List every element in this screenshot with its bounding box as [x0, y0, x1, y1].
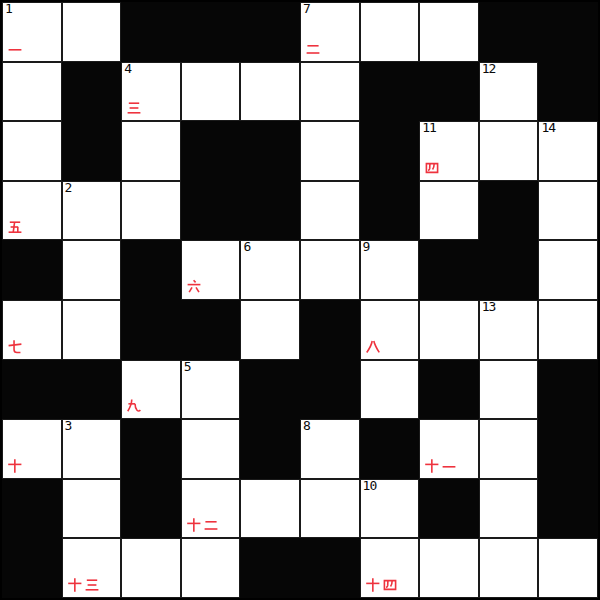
white-cell-r8c6[interactable]: 10 [360, 479, 420, 539]
white-cell-r7c5[interactable]: 8 [300, 419, 360, 479]
cjk-numeral-glyph-三 [126, 100, 142, 116]
white-cell-r0c1[interactable] [62, 2, 122, 62]
white-cell-r8c8[interactable] [479, 479, 539, 539]
white-cell-r7c3[interactable] [181, 419, 241, 479]
down-clue-number: 9 [363, 240, 370, 254]
white-cell-r3c1[interactable]: 2 [62, 181, 122, 241]
white-cell-r8c3[interactable] [181, 479, 241, 539]
white-cell-r1c0[interactable] [2, 62, 62, 122]
cjk-numeral-glyph-十 [186, 517, 202, 533]
cjk-numeral-glyph-九 [126, 398, 142, 414]
white-cell-r9c2[interactable] [121, 538, 181, 598]
white-cell-r5c9[interactable] [538, 300, 598, 360]
white-cell-r3c5[interactable] [300, 181, 360, 241]
white-cell-r7c7[interactable] [419, 419, 479, 479]
black-cell-r7c9 [538, 419, 598, 479]
black-cell-r4c7 [419, 240, 479, 300]
cjk-numeral-glyph-五 [7, 219, 23, 235]
white-cell-r7c0[interactable] [2, 419, 62, 479]
white-cell-r6c3[interactable]: 5 [181, 360, 241, 420]
black-cell-r8c2 [121, 479, 181, 539]
white-cell-r1c8[interactable]: 12 [479, 62, 539, 122]
white-cell-r9c1[interactable] [62, 538, 122, 598]
white-cell-r2c7[interactable]: 11 [419, 121, 479, 181]
across-clue-marker-九 [126, 398, 142, 414]
down-clue-number: 10 [363, 479, 377, 493]
white-cell-r4c1[interactable] [62, 240, 122, 300]
black-cell-r2c6 [360, 121, 420, 181]
white-cell-r7c8[interactable] [479, 419, 539, 479]
white-cell-r6c6[interactable] [360, 360, 420, 420]
white-cell-r2c9[interactable]: 14 [538, 121, 598, 181]
white-cell-r5c8[interactable]: 13 [479, 300, 539, 360]
white-cell-r4c6[interactable]: 9 [360, 240, 420, 300]
down-clue-number: 2 [65, 181, 72, 195]
across-clue-marker-十四 [365, 577, 398, 593]
black-cell-r8c0 [2, 479, 62, 539]
black-cell-r1c9 [538, 62, 598, 122]
black-cell-r0c3 [181, 2, 241, 62]
white-cell-r2c0[interactable] [2, 121, 62, 181]
white-cell-r6c8[interactable] [479, 360, 539, 420]
black-cell-r5c5 [300, 300, 360, 360]
white-cell-r1c3[interactable] [181, 62, 241, 122]
down-clue-number: 6 [243, 240, 250, 254]
down-clue-number: 8 [303, 419, 310, 433]
white-cell-r9c6[interactable] [360, 538, 420, 598]
down-clue-number: 7 [303, 2, 310, 16]
across-clue-marker-十二 [186, 517, 219, 533]
white-cell-r9c9[interactable] [538, 538, 598, 598]
white-cell-r0c5[interactable]: 7 [300, 2, 360, 62]
cjk-numeral-glyph-二 [305, 41, 321, 57]
down-clue-number: 14 [541, 121, 555, 135]
across-clue-marker-一 [7, 41, 23, 57]
black-cell-r7c2 [121, 419, 181, 479]
cjk-numeral-glyph-十 [424, 458, 440, 474]
white-cell-r5c7[interactable] [419, 300, 479, 360]
crossword-board: 1741211142691353810 [0, 0, 600, 600]
white-cell-r9c7[interactable] [419, 538, 479, 598]
black-cell-r8c9 [538, 479, 598, 539]
down-clue-number: 4 [124, 62, 131, 76]
white-cell-r4c5[interactable] [300, 240, 360, 300]
across-clue-marker-四 [424, 160, 440, 176]
white-cell-r1c2[interactable]: 4 [121, 62, 181, 122]
white-cell-r4c4[interactable]: 6 [240, 240, 300, 300]
black-cell-r3c4 [240, 181, 300, 241]
down-clue-number: 11 [422, 121, 436, 135]
across-clue-marker-五 [7, 219, 23, 235]
down-clue-number: 1 [5, 2, 12, 16]
across-clue-marker-八 [365, 339, 381, 355]
black-cell-r0c2 [121, 2, 181, 62]
black-cell-r2c3 [181, 121, 241, 181]
black-cell-r6c9 [538, 360, 598, 420]
cjk-numeral-glyph-一 [441, 458, 457, 474]
black-cell-r4c0 [2, 240, 62, 300]
across-clue-marker-三 [126, 100, 142, 116]
black-cell-r6c7 [419, 360, 479, 420]
across-clue-marker-二 [305, 41, 321, 57]
white-cell-r8c1[interactable] [62, 479, 122, 539]
across-clue-marker-十三 [67, 577, 100, 593]
black-cell-r9c5 [300, 538, 360, 598]
white-cell-r0c6[interactable] [360, 2, 420, 62]
black-cell-r3c3 [181, 181, 241, 241]
cjk-numeral-glyph-二 [203, 517, 219, 533]
across-clue-marker-十一 [424, 458, 457, 474]
across-clue-marker-十 [7, 458, 23, 474]
white-cell-r0c7[interactable] [419, 2, 479, 62]
black-cell-r4c2 [121, 240, 181, 300]
black-cell-r0c8 [479, 2, 539, 62]
black-cell-r6c5 [300, 360, 360, 420]
white-cell-r3c0[interactable] [2, 181, 62, 241]
cjk-numeral-glyph-十 [7, 458, 23, 474]
white-cell-r9c3[interactable] [181, 538, 241, 598]
black-cell-r5c2 [121, 300, 181, 360]
white-cell-r2c8[interactable] [479, 121, 539, 181]
black-cell-r4c8 [479, 240, 539, 300]
black-cell-r8c7 [419, 479, 479, 539]
black-cell-r0c4 [240, 2, 300, 62]
black-cell-r6c1 [62, 360, 122, 420]
white-cell-r2c5[interactable] [300, 121, 360, 181]
cjk-numeral-glyph-八 [365, 339, 381, 355]
white-cell-r5c4[interactable] [240, 300, 300, 360]
black-cell-r1c1 [62, 62, 122, 122]
black-cell-r1c7 [419, 62, 479, 122]
cjk-numeral-glyph-七 [7, 339, 23, 355]
black-cell-r6c0 [2, 360, 62, 420]
black-cell-r2c1 [62, 121, 122, 181]
cjk-numeral-glyph-六 [186, 279, 202, 295]
black-cell-r2c4 [240, 121, 300, 181]
black-cell-r3c6 [360, 181, 420, 241]
white-cell-r5c0[interactable] [2, 300, 62, 360]
white-cell-r3c2[interactable] [121, 181, 181, 241]
white-cell-r1c4[interactable] [240, 62, 300, 122]
white-cell-r7c1[interactable]: 3 [62, 419, 122, 479]
cjk-numeral-glyph-十 [67, 577, 83, 593]
across-clue-marker-六 [186, 279, 202, 295]
down-clue-number: 5 [184, 360, 191, 374]
white-cell-r8c4[interactable] [240, 479, 300, 539]
black-cell-r9c0 [2, 538, 62, 598]
black-cell-r7c4 [240, 419, 300, 479]
white-cell-r1c5[interactable] [300, 62, 360, 122]
white-cell-r9c8[interactable] [479, 538, 539, 598]
black-cell-r1c6 [360, 62, 420, 122]
white-cell-r8c5[interactable] [300, 479, 360, 539]
white-cell-r6c2[interactable] [121, 360, 181, 420]
black-cell-r7c6 [360, 419, 420, 479]
black-cell-r3c8 [479, 181, 539, 241]
white-cell-r3c9[interactable] [538, 181, 598, 241]
black-cell-r0c9 [538, 2, 598, 62]
white-cell-r5c6[interactable] [360, 300, 420, 360]
cjk-numeral-glyph-三 [84, 577, 100, 593]
white-cell-r0c0[interactable]: 1 [2, 2, 62, 62]
black-cell-r9c4 [240, 538, 300, 598]
down-clue-number: 3 [65, 419, 72, 433]
white-cell-r4c3[interactable] [181, 240, 241, 300]
across-clue-marker-七 [7, 339, 23, 355]
black-cell-r6c4 [240, 360, 300, 420]
down-clue-number: 12 [482, 62, 496, 76]
cjk-numeral-glyph-十 [365, 577, 381, 593]
cjk-numeral-glyph-一 [7, 41, 23, 57]
white-cell-r5c1[interactable] [62, 300, 122, 360]
cjk-numeral-glyph-四 [382, 577, 398, 593]
down-clue-number: 13 [482, 300, 496, 314]
white-cell-r2c2[interactable] [121, 121, 181, 181]
white-cell-r3c7[interactable] [419, 181, 479, 241]
white-cell-r4c9[interactable] [538, 240, 598, 300]
cjk-numeral-glyph-四 [424, 160, 440, 176]
black-cell-r5c3 [181, 300, 241, 360]
